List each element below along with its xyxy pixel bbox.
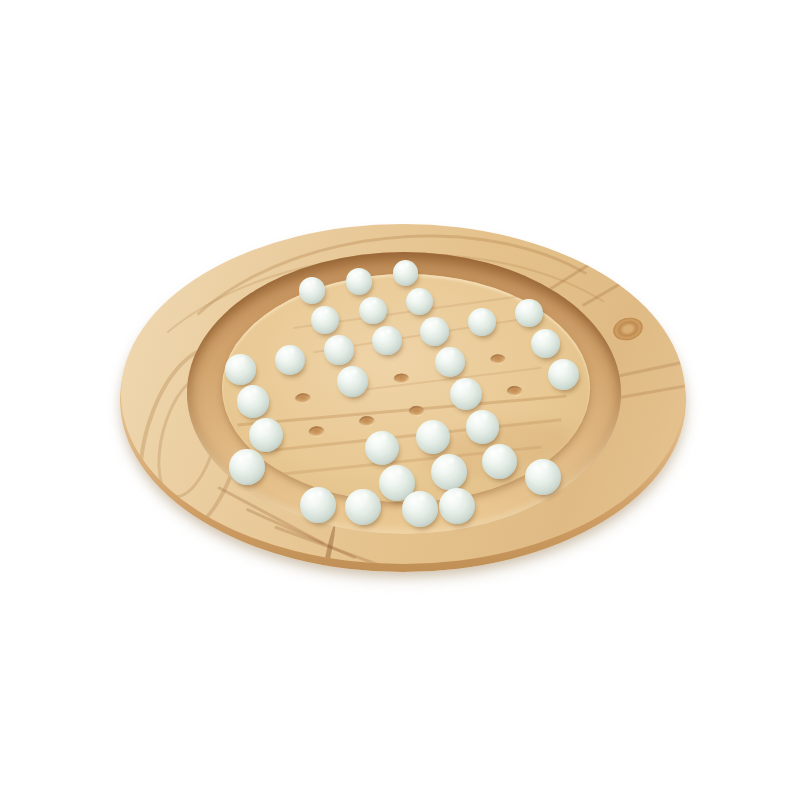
hole-dimple — [392, 372, 411, 384]
marble-e3[interactable] — [420, 317, 449, 346]
marble-e7[interactable] — [482, 444, 517, 479]
marble-e5[interactable] — [450, 378, 482, 410]
marble-g3[interactable] — [515, 299, 543, 327]
loose-marble-6[interactable] — [439, 488, 475, 524]
marble-d1[interactable] — [346, 268, 372, 294]
marble-a3[interactable] — [225, 354, 256, 385]
marble-a4[interactable] — [237, 385, 269, 417]
hole-dimple — [357, 415, 376, 428]
scene — [0, 0, 800, 800]
marble-e6[interactable] — [466, 410, 499, 443]
loose-marble-1[interactable] — [229, 449, 265, 485]
loose-marble-3[interactable] — [300, 487, 336, 523]
marble-c2[interactable] — [311, 306, 339, 334]
loose-marble-4[interactable] — [345, 489, 381, 525]
marble-d6[interactable] — [416, 420, 450, 454]
hole-dimple — [489, 353, 508, 365]
marble-d3[interactable] — [372, 326, 401, 355]
marble-c1[interactable] — [299, 277, 326, 304]
marble-b3[interactable] — [275, 345, 305, 375]
marble-c3[interactable] — [324, 335, 354, 365]
hole-dimple — [505, 385, 524, 397]
marble-d2[interactable] — [359, 297, 387, 325]
loose-marble-5[interactable] — [402, 491, 438, 527]
marble-c6[interactable] — [365, 431, 400, 466]
marble-a5[interactable] — [249, 418, 283, 452]
hole-dimple — [294, 392, 313, 405]
marble-g5[interactable] — [548, 359, 579, 390]
hole-dimple — [407, 405, 426, 418]
marble-d7[interactable] — [431, 454, 467, 490]
hole-dimple — [307, 425, 326, 438]
marble-e1[interactable] — [393, 260, 419, 286]
loose-marble-2[interactable] — [525, 459, 561, 495]
